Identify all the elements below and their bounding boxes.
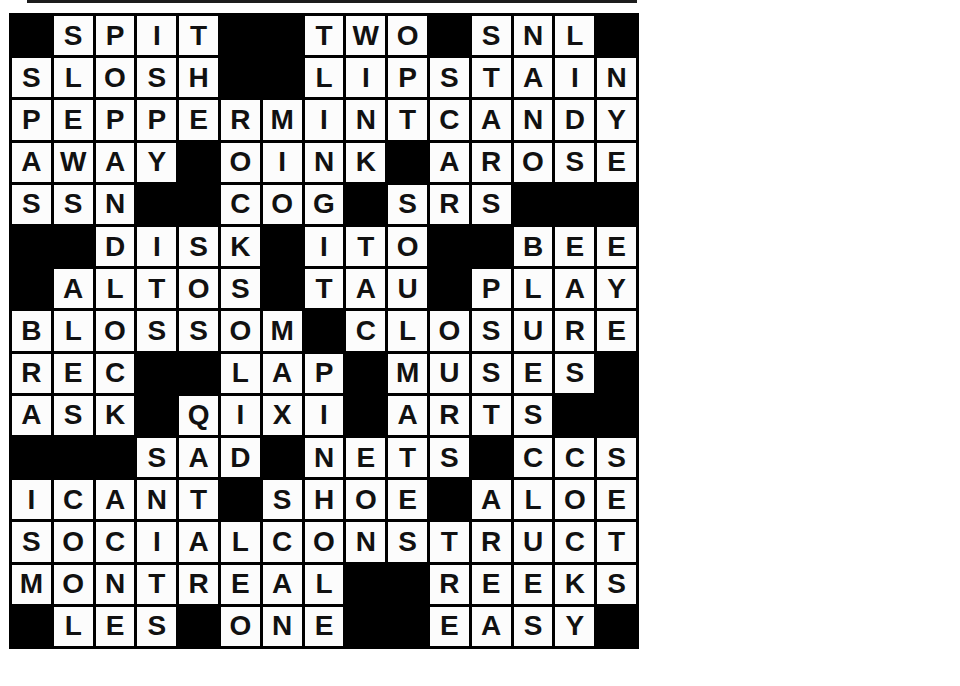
letter-cell[interactable]: X xyxy=(263,396,302,435)
letter-cell[interactable]: S xyxy=(179,227,218,266)
black-cell xyxy=(346,185,385,224)
letter-cell[interactable]: S xyxy=(137,311,176,350)
letter-cell[interactable]: N xyxy=(96,565,135,604)
black-cell xyxy=(179,354,218,393)
letter-cell[interactable]: S xyxy=(597,438,636,477)
letter-cell[interactable]: M xyxy=(12,565,51,604)
black-cell xyxy=(54,438,93,477)
black-cell xyxy=(96,438,135,477)
letter-cell[interactable]: O xyxy=(221,143,260,182)
black-cell xyxy=(179,143,218,182)
letter-cell[interactable]: E xyxy=(430,607,469,646)
black-cell xyxy=(430,227,469,266)
letter-cell[interactable]: P xyxy=(388,58,427,97)
letter-cell[interactable]: B xyxy=(12,311,51,350)
letter-cell[interactable]: S xyxy=(597,565,636,604)
letter-cell[interactable]: C xyxy=(263,522,302,561)
letter-cell[interactable]: A xyxy=(555,269,594,308)
letter-cell[interactable]: S xyxy=(472,185,511,224)
letter-cell[interactable]: O xyxy=(221,311,260,350)
letter-cell[interactable]: C xyxy=(514,438,553,477)
letter-cell[interactable]: A xyxy=(96,480,135,519)
letter-cell[interactable]: G xyxy=(305,185,344,224)
letter-cell[interactable]: I xyxy=(137,16,176,55)
letter-cell[interactable]: E xyxy=(597,311,636,350)
letter-cell[interactable]: C xyxy=(96,522,135,561)
letter-cell[interactable]: E xyxy=(514,354,553,393)
letter-cell[interactable]: S xyxy=(12,522,51,561)
letter-cell[interactable]: A xyxy=(179,438,218,477)
letter-cell[interactable]: T xyxy=(179,16,218,55)
letter-cell[interactable]: S xyxy=(472,311,511,350)
letter-cell[interactable]: L xyxy=(388,311,427,350)
letter-cell[interactable]: A xyxy=(472,100,511,139)
letter-cell[interactable]: R xyxy=(12,354,51,393)
black-cell xyxy=(12,227,51,266)
black-cell xyxy=(472,227,511,266)
letter-cell[interactable]: I xyxy=(263,143,302,182)
black-cell xyxy=(54,227,93,266)
letter-cell[interactable]: E xyxy=(54,100,93,139)
letter-cell[interactable]: O xyxy=(263,185,302,224)
letter-cell[interactable]: L xyxy=(514,480,553,519)
black-cell xyxy=(221,16,260,55)
letter-cell[interactable]: H xyxy=(305,480,344,519)
letter-cell[interactable]: A xyxy=(514,58,553,97)
letter-cell[interactable]: T xyxy=(472,396,511,435)
letter-cell[interactable]: L xyxy=(54,311,93,350)
letter-cell[interactable]: P xyxy=(96,100,135,139)
letter-cell[interactable]: N xyxy=(96,185,135,224)
letter-cell[interactable]: M xyxy=(388,354,427,393)
letter-cell[interactable]: A xyxy=(263,354,302,393)
letter-cell[interactable]: N xyxy=(597,58,636,97)
black-cell xyxy=(12,607,51,646)
letter-cell[interactable]: I xyxy=(137,522,176,561)
letter-cell[interactable]: T xyxy=(388,100,427,139)
letter-cell[interactable]: S xyxy=(555,354,594,393)
letter-cell[interactable]: T xyxy=(430,522,469,561)
letter-cell[interactable]: K xyxy=(346,143,385,182)
black-cell xyxy=(597,396,636,435)
letter-cell[interactable]: E xyxy=(597,480,636,519)
letter-cell[interactable]: S xyxy=(137,58,176,97)
letter-cell[interactable]: E xyxy=(388,480,427,519)
black-cell xyxy=(346,354,385,393)
letter-cell[interactable]: U xyxy=(514,522,553,561)
letter-cell[interactable]: E xyxy=(555,227,594,266)
letter-cell[interactable]: L xyxy=(555,16,594,55)
letter-cell[interactable]: S xyxy=(514,396,553,435)
black-cell xyxy=(597,185,636,224)
black-cell xyxy=(388,143,427,182)
letter-cell[interactable]: R xyxy=(472,522,511,561)
letter-cell[interactable]: N xyxy=(263,607,302,646)
black-cell xyxy=(12,438,51,477)
letter-cell[interactable]: P xyxy=(96,16,135,55)
black-cell xyxy=(597,354,636,393)
letter-cell[interactable]: A xyxy=(472,480,511,519)
letter-cell[interactable]: A xyxy=(472,607,511,646)
letter-cell[interactable]: E xyxy=(472,565,511,604)
letter-cell[interactable]: A xyxy=(96,143,135,182)
letter-cell[interactable]: N xyxy=(514,16,553,55)
black-cell xyxy=(346,396,385,435)
letter-cell[interactable]: D xyxy=(96,227,135,266)
letter-cell[interactable]: O xyxy=(555,480,594,519)
letter-cell[interactable]: D xyxy=(221,438,260,477)
letter-cell[interactable]: O xyxy=(305,522,344,561)
letter-cell[interactable]: N xyxy=(514,100,553,139)
letter-cell[interactable]: U xyxy=(388,269,427,308)
letter-cell[interactable]: T xyxy=(388,438,427,477)
letter-cell[interactable]: R xyxy=(179,565,218,604)
letter-cell[interactable]: A xyxy=(346,269,385,308)
top-edge-line xyxy=(27,0,637,3)
letter-cell[interactable]: O xyxy=(346,480,385,519)
letter-cell[interactable]: S xyxy=(472,16,511,55)
letter-cell[interactable]: R xyxy=(430,396,469,435)
letter-cell[interactable]: S xyxy=(514,607,553,646)
letter-cell[interactable]: I xyxy=(305,100,344,139)
letter-cell[interactable]: S xyxy=(388,522,427,561)
letter-cell[interactable]: N xyxy=(346,100,385,139)
black-cell xyxy=(305,311,344,350)
letter-cell[interactable]: E xyxy=(96,607,135,646)
letter-cell[interactable]: K xyxy=(221,227,260,266)
black-cell xyxy=(221,58,260,97)
black-cell xyxy=(221,480,260,519)
letter-cell[interactable]: S xyxy=(12,185,51,224)
letter-cell[interactable]: T xyxy=(597,522,636,561)
letter-cell[interactable]: R xyxy=(221,100,260,139)
letter-cell[interactable]: I xyxy=(305,396,344,435)
letter-cell[interactable]: N xyxy=(305,143,344,182)
letter-cell[interactable]: L xyxy=(305,565,344,604)
letter-cell[interactable]: S xyxy=(54,16,93,55)
black-cell xyxy=(388,607,427,646)
black-cell xyxy=(179,185,218,224)
black-cell xyxy=(555,396,594,435)
black-cell xyxy=(263,438,302,477)
letter-cell[interactable]: E xyxy=(514,565,553,604)
letter-cell[interactable]: L xyxy=(54,607,93,646)
letter-cell[interactable]: I xyxy=(305,227,344,266)
letter-cell[interactable]: T xyxy=(346,227,385,266)
letter-cell[interactable]: P xyxy=(12,100,51,139)
letter-cell[interactable]: H xyxy=(179,58,218,97)
letter-cell[interactable]: N xyxy=(137,480,176,519)
letter-cell[interactable]: P xyxy=(137,100,176,139)
letter-cell[interactable]: S xyxy=(179,311,218,350)
black-cell xyxy=(137,396,176,435)
black-cell xyxy=(179,607,218,646)
black-cell xyxy=(263,227,302,266)
black-cell xyxy=(555,185,594,224)
letter-cell[interactable]: S xyxy=(263,480,302,519)
letter-cell[interactable]: K xyxy=(555,565,594,604)
letter-cell[interactable]: R xyxy=(430,185,469,224)
letter-cell[interactable]: E xyxy=(597,227,636,266)
letter-cell[interactable]: L xyxy=(221,522,260,561)
letter-cell[interactable]: S xyxy=(137,438,176,477)
letter-cell[interactable]: O xyxy=(54,565,93,604)
letter-cell[interactable]: C xyxy=(555,522,594,561)
letter-cell[interactable]: Y xyxy=(555,607,594,646)
letter-cell[interactable]: C xyxy=(221,185,260,224)
black-cell xyxy=(597,16,636,55)
letter-cell[interactable]: S xyxy=(221,269,260,308)
black-cell xyxy=(430,16,469,55)
letter-cell[interactable]: S xyxy=(54,396,93,435)
letter-cell[interactable]: T xyxy=(137,269,176,308)
letter-cell[interactable]: L xyxy=(221,354,260,393)
letter-cell[interactable]: E xyxy=(597,143,636,182)
black-cell xyxy=(430,269,469,308)
letter-cell[interactable]: E xyxy=(305,607,344,646)
letter-cell[interactable]: N xyxy=(305,438,344,477)
letter-cell[interactable]: W xyxy=(54,143,93,182)
letter-cell[interactable]: R xyxy=(472,143,511,182)
black-cell xyxy=(137,354,176,393)
letter-cell[interactable]: A xyxy=(12,396,51,435)
letter-cell[interactable]: S xyxy=(137,607,176,646)
letter-cell[interactable]: E xyxy=(346,438,385,477)
letter-cell[interactable]: C xyxy=(555,438,594,477)
letter-cell[interactable]: I xyxy=(12,480,51,519)
letter-cell[interactable]: T xyxy=(472,58,511,97)
letter-cell[interactable]: A xyxy=(12,143,51,182)
black-cell xyxy=(388,565,427,604)
letter-cell[interactable]: B xyxy=(514,227,553,266)
letter-cell[interactable]: U xyxy=(430,354,469,393)
letter-cell[interactable]: A xyxy=(179,522,218,561)
letter-cell[interactable]: D xyxy=(555,100,594,139)
letter-cell[interactable]: S xyxy=(430,438,469,477)
letter-cell[interactable]: T xyxy=(137,565,176,604)
crossword-grid: SPITTWOSNLSLOSHLIPSTAINPEPPERMINTCANDYAW… xyxy=(9,13,639,649)
letter-cell[interactable]: O xyxy=(388,16,427,55)
black-cell xyxy=(263,58,302,97)
letter-cell[interactable]: C xyxy=(96,354,135,393)
letter-cell[interactable]: I xyxy=(137,227,176,266)
letter-cell[interactable]: E xyxy=(221,565,260,604)
letter-cell[interactable]: N xyxy=(346,522,385,561)
letter-cell[interactable]: A xyxy=(430,143,469,182)
black-cell xyxy=(263,269,302,308)
black-cell xyxy=(346,607,385,646)
letter-cell[interactable]: L xyxy=(54,58,93,97)
letter-cell[interactable]: S xyxy=(430,58,469,97)
black-cell xyxy=(597,607,636,646)
letter-cell[interactable]: S xyxy=(54,185,93,224)
letter-cell[interactable]: M xyxy=(263,100,302,139)
letter-cell[interactable]: L xyxy=(305,58,344,97)
black-cell xyxy=(472,438,511,477)
letter-cell[interactable]: Y xyxy=(137,143,176,182)
letter-cell[interactable]: W xyxy=(346,16,385,55)
black-cell xyxy=(514,185,553,224)
letter-cell[interactable]: S xyxy=(555,143,594,182)
letter-cell[interactable]: R xyxy=(555,311,594,350)
letter-cell[interactable]: Y xyxy=(597,100,636,139)
letter-cell[interactable]: E xyxy=(54,354,93,393)
letter-cell[interactable]: P xyxy=(472,269,511,308)
letter-cell[interactable]: O xyxy=(96,311,135,350)
black-cell xyxy=(346,565,385,604)
letter-cell[interactable]: R xyxy=(430,565,469,604)
black-cell xyxy=(263,16,302,55)
letter-cell[interactable]: U xyxy=(514,311,553,350)
letter-cell[interactable]: C xyxy=(346,311,385,350)
letter-cell[interactable]: O xyxy=(54,522,93,561)
letter-cell[interactable]: O xyxy=(221,607,260,646)
letter-cell[interactable]: T xyxy=(179,480,218,519)
letter-cell[interactable]: Y xyxy=(597,269,636,308)
letter-cell[interactable]: A xyxy=(263,565,302,604)
letter-cell[interactable]: T xyxy=(305,269,344,308)
letter-cell[interactable]: I xyxy=(221,396,260,435)
letter-cell[interactable]: A xyxy=(388,396,427,435)
letter-cell[interactable]: S xyxy=(472,354,511,393)
letter-cell[interactable]: K xyxy=(96,396,135,435)
black-cell xyxy=(12,16,51,55)
black-cell xyxy=(430,480,469,519)
letter-cell[interactable]: I xyxy=(555,58,594,97)
letter-cell[interactable]: S xyxy=(388,185,427,224)
letter-cell[interactable]: C xyxy=(430,100,469,139)
letter-cell[interactable]: O xyxy=(430,311,469,350)
letter-cell[interactable]: T xyxy=(305,16,344,55)
letter-cell[interactable]: O xyxy=(388,227,427,266)
letter-cell[interactable]: M xyxy=(263,311,302,350)
letter-cell[interactable]: E xyxy=(179,100,218,139)
letter-cell[interactable]: C xyxy=(54,480,93,519)
letter-cell[interactable]: P xyxy=(305,354,344,393)
letter-cell[interactable]: L xyxy=(514,269,553,308)
letter-cell[interactable]: O xyxy=(179,269,218,308)
letter-cell[interactable]: L xyxy=(96,269,135,308)
crossword-board: SPITTWOSNLSLOSHLIPSTAINPEPPERMINTCANDYAW… xyxy=(9,13,639,649)
letter-cell[interactable]: O xyxy=(514,143,553,182)
black-cell xyxy=(137,185,176,224)
letter-cell[interactable]: A xyxy=(54,269,93,308)
letter-cell[interactable]: O xyxy=(96,58,135,97)
black-cell xyxy=(12,269,51,308)
letter-cell[interactable]: I xyxy=(346,58,385,97)
letter-cell[interactable]: Q xyxy=(179,396,218,435)
letter-cell[interactable]: S xyxy=(12,58,51,97)
